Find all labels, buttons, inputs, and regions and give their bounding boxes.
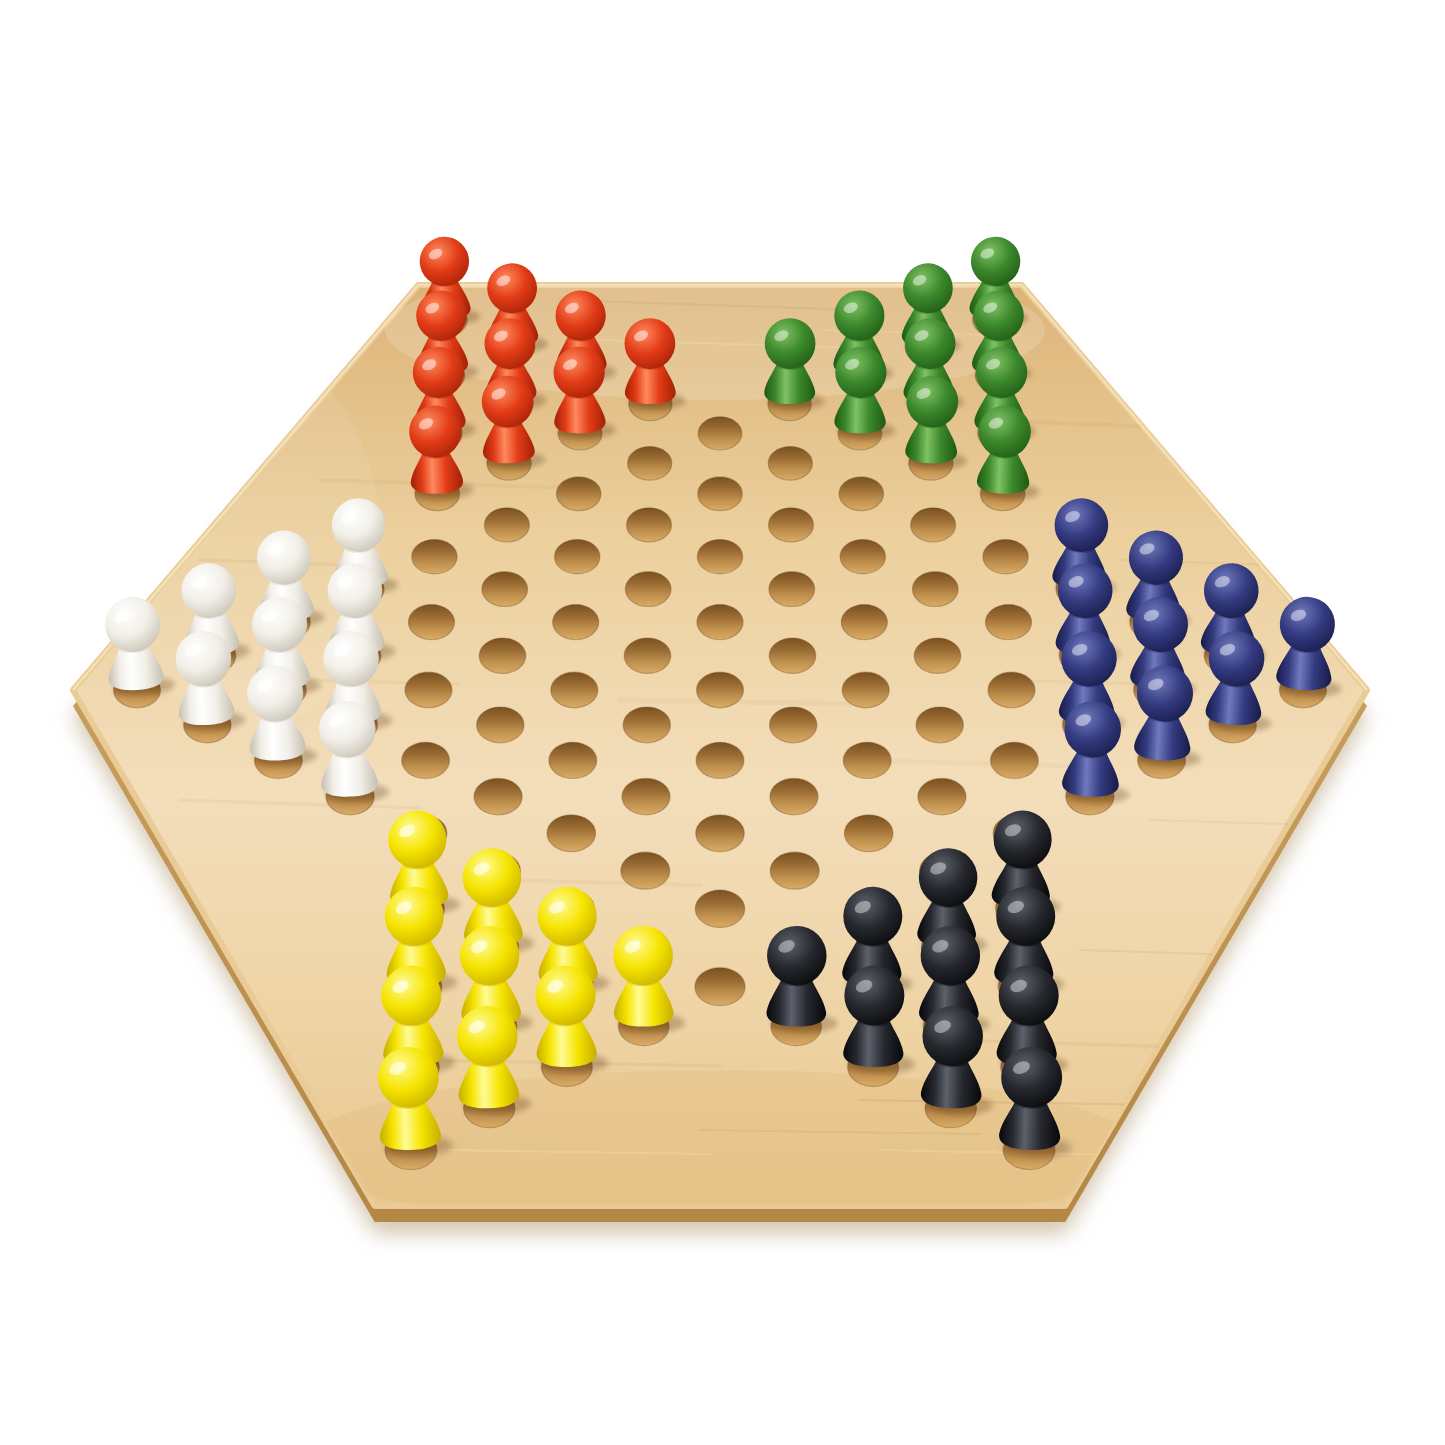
- board-hole[interactable]: [479, 638, 526, 673]
- board-hole[interactable]: [770, 852, 819, 889]
- board-hole[interactable]: [627, 508, 672, 542]
- product-photo-stage: [0, 0, 1445, 1445]
- board-hole[interactable]: [412, 540, 457, 574]
- board-hole[interactable]: [477, 707, 524, 743]
- board-hole[interactable]: [624, 638, 671, 673]
- board-hole[interactable]: [911, 508, 956, 542]
- chinese-checkers-board: [0, 0, 1445, 1445]
- board-hole[interactable]: [985, 605, 1031, 640]
- board-hole[interactable]: [770, 707, 817, 743]
- board-hole[interactable]: [628, 447, 672, 481]
- board-hole[interactable]: [768, 447, 812, 481]
- board-hole[interactable]: [474, 778, 522, 814]
- board-hole[interactable]: [555, 540, 600, 574]
- board-hole[interactable]: [402, 742, 450, 778]
- board-hole[interactable]: [697, 540, 742, 574]
- board-hole[interactable]: [484, 508, 529, 542]
- board-hole[interactable]: [623, 707, 670, 743]
- board-hole[interactable]: [556, 477, 601, 511]
- peg-head: [765, 318, 816, 369]
- board-hole[interactable]: [621, 852, 670, 889]
- board-hole[interactable]: [696, 742, 744, 778]
- board-hole[interactable]: [842, 672, 889, 708]
- board-hole[interactable]: [622, 778, 670, 814]
- board-hole[interactable]: [553, 605, 599, 640]
- board-hole[interactable]: [697, 672, 744, 708]
- peg-head: [624, 318, 675, 369]
- board-hole[interactable]: [697, 605, 743, 640]
- board-hole[interactable]: [843, 742, 891, 778]
- board-hole[interactable]: [551, 672, 598, 708]
- board-hole[interactable]: [916, 707, 963, 743]
- board-hole[interactable]: [547, 815, 596, 852]
- board-hole[interactable]: [698, 477, 743, 511]
- board-hole[interactable]: [769, 508, 814, 542]
- board-hole[interactable]: [991, 742, 1039, 778]
- peg-head: [767, 926, 827, 986]
- board-hole[interactable]: [696, 815, 745, 852]
- board-hole[interactable]: [695, 890, 744, 927]
- board-hole[interactable]: [405, 672, 452, 708]
- board-hole[interactable]: [839, 477, 884, 511]
- board-hole[interactable]: [912, 572, 958, 607]
- board-hole[interactable]: [840, 540, 885, 574]
- board-hole[interactable]: [408, 605, 454, 640]
- board-hole[interactable]: [695, 968, 745, 1006]
- board-hole[interactable]: [625, 572, 671, 607]
- board-hole[interactable]: [841, 605, 887, 640]
- board-hole[interactable]: [918, 778, 966, 814]
- board-hole[interactable]: [770, 778, 818, 814]
- board-hole[interactable]: [769, 572, 815, 607]
- board-hole[interactable]: [482, 572, 528, 607]
- board-hole[interactable]: [844, 815, 893, 852]
- peg-head: [613, 926, 673, 986]
- board-hole[interactable]: [988, 672, 1035, 708]
- board-hole[interactable]: [769, 638, 816, 673]
- board-hole[interactable]: [983, 540, 1028, 574]
- board-hole[interactable]: [698, 417, 742, 450]
- board-hole[interactable]: [549, 742, 597, 778]
- board-hole[interactable]: [914, 638, 961, 673]
